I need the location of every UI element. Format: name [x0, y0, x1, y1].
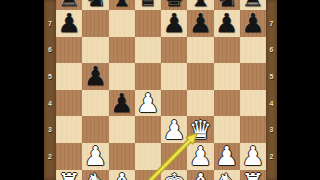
rank-label-4-right: 4	[266, 90, 277, 117]
black-pawn-g7: ♟	[215, 10, 238, 36]
square-b2: ♟	[82, 143, 108, 170]
square-c2	[109, 143, 135, 170]
rank-label-3-left: 3	[44, 116, 56, 143]
white-pawn-f2: ♟	[189, 143, 212, 169]
square-g7: ♟	[214, 10, 240, 37]
white-pawn-b2: ♟	[84, 143, 107, 169]
square-e3: ♟	[161, 116, 187, 143]
square-g6	[214, 37, 240, 64]
square-h4	[240, 90, 266, 117]
black-pawn-a7: ♟	[57, 10, 80, 36]
rank-label-5-left: 5	[44, 63, 56, 90]
square-c7	[109, 10, 135, 37]
white-queen-f3: ♛	[189, 117, 212, 143]
rank-label-6-left: 6	[44, 37, 56, 64]
chess-thumbnail-canvas: 765432 765432 ♜♞♝♛♚♝♞♜♟♟♟♟♟♟♟♟♟♛♟♟♟♟♜♞♝♚…	[0, 0, 320, 180]
square-f4	[187, 90, 213, 117]
square-d6	[135, 37, 161, 64]
square-h3	[240, 116, 266, 143]
chess-board: ♜♞♝♛♚♝♞♜♟♟♟♟♟♟♟♟♟♛♟♟♟♟♜♞♝♚♝♞♜	[56, 0, 266, 180]
square-a6	[56, 37, 82, 64]
rank-label-2-left: 2	[44, 143, 56, 170]
black-queen-d8: ♛	[136, 0, 159, 10]
square-f5	[187, 63, 213, 90]
square-g4	[214, 90, 240, 117]
square-d4: ♟	[135, 90, 161, 117]
letterbox-right	[277, 0, 320, 180]
white-bishop-f1: ♝	[189, 170, 212, 180]
square-c3	[109, 116, 135, 143]
square-a3	[56, 116, 82, 143]
square-e7: ♟	[161, 10, 187, 37]
black-pawn-h7: ♟	[241, 10, 264, 36]
square-f7: ♟	[187, 10, 213, 37]
white-pawn-e3: ♟	[162, 117, 185, 143]
white-bishop-c1: ♝	[110, 170, 133, 180]
square-e1: ♚	[161, 170, 187, 180]
square-e5	[161, 63, 187, 90]
white-pawn-g2: ♟	[215, 143, 238, 169]
square-b6	[82, 37, 108, 64]
square-b4	[82, 90, 108, 117]
white-rook-a1: ♜	[57, 170, 80, 180]
square-f3: ♛	[187, 116, 213, 143]
square-h5	[240, 63, 266, 90]
white-knight-b1: ♞	[84, 170, 107, 180]
square-h6	[240, 37, 266, 64]
square-c5	[109, 63, 135, 90]
white-pawn-h2: ♟	[241, 143, 264, 169]
white-pawn-d4: ♟	[136, 90, 159, 116]
black-pawn-c4: ♟	[110, 90, 133, 116]
square-a7: ♟	[56, 10, 82, 37]
black-bishop-c8: ♝	[110, 0, 133, 10]
square-b1: ♞	[82, 170, 108, 180]
square-g1: ♞	[214, 170, 240, 180]
square-c4: ♟	[109, 90, 135, 117]
square-g2: ♟	[214, 143, 240, 170]
black-pawn-f7: ♟	[189, 10, 212, 36]
square-h2: ♟	[240, 143, 266, 170]
white-king-e1: ♚	[162, 170, 185, 180]
rank-label-7-right: 7	[266, 10, 277, 37]
square-g3	[214, 116, 240, 143]
white-rook-h1: ♜	[241, 170, 264, 180]
square-d5	[135, 63, 161, 90]
square-d1	[135, 170, 161, 180]
square-a1: ♜	[56, 170, 82, 180]
board-border-left: 765432	[44, 0, 56, 180]
square-f2: ♟	[187, 143, 213, 170]
square-a2	[56, 143, 82, 170]
square-d2	[135, 143, 161, 170]
square-b8: ♞	[82, 0, 108, 10]
square-b5: ♟	[82, 63, 108, 90]
square-h7: ♟	[240, 10, 266, 37]
square-b3	[82, 116, 108, 143]
white-knight-g1: ♞	[215, 170, 238, 180]
square-c1: ♝	[109, 170, 135, 180]
rank-label-3-right: 3	[266, 116, 277, 143]
square-f6	[187, 37, 213, 64]
square-e2	[161, 143, 187, 170]
square-d3	[135, 116, 161, 143]
black-pawn-e7: ♟	[162, 10, 185, 36]
square-b7	[82, 10, 108, 37]
rank-label-4-left: 4	[44, 90, 56, 117]
rank-label-5-right: 5	[266, 63, 277, 90]
rank-label-2-right: 2	[266, 143, 277, 170]
square-a4	[56, 90, 82, 117]
square-d8: ♛	[135, 0, 161, 10]
square-d7	[135, 10, 161, 37]
board-border-right: 765432	[266, 0, 277, 180]
square-c8: ♝	[109, 0, 135, 10]
square-e6	[161, 37, 187, 64]
black-knight-b8: ♞	[84, 0, 107, 10]
rank-label-6-right: 6	[266, 37, 277, 64]
square-g5	[214, 63, 240, 90]
square-f1: ♝	[187, 170, 213, 180]
rank-label-7-left: 7	[44, 10, 56, 37]
square-e4	[161, 90, 187, 117]
letterbox-left	[0, 0, 44, 180]
square-c6	[109, 37, 135, 64]
square-h1: ♜	[240, 170, 266, 180]
black-pawn-b5: ♟	[84, 63, 107, 89]
square-a5	[56, 63, 82, 90]
